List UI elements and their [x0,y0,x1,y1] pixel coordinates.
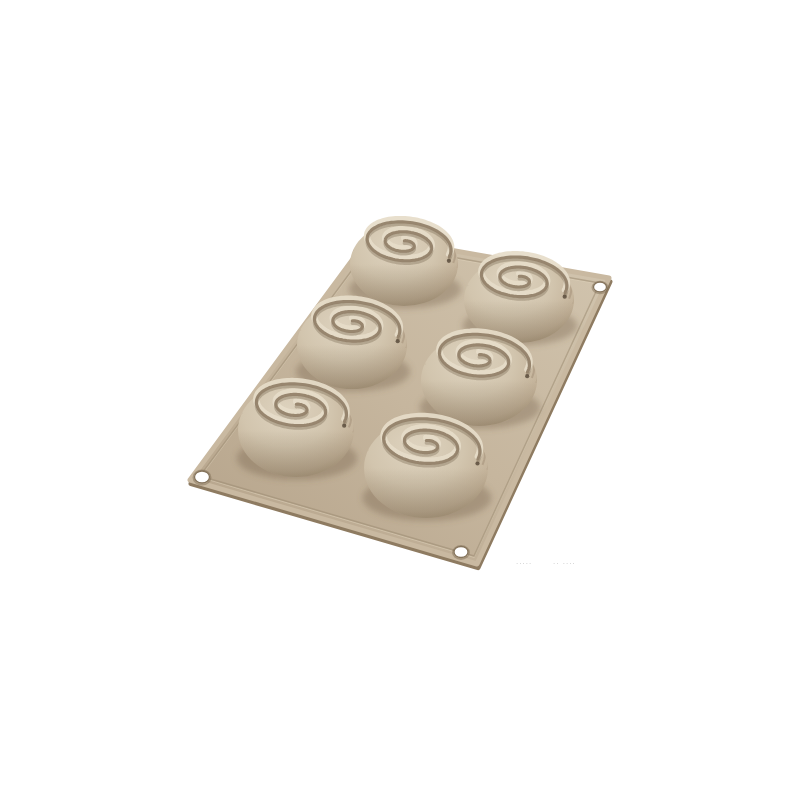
swirl-vent-dot [396,339,400,343]
swirl-vent-dot [447,259,451,263]
mold-photo-svg: ····· ·· ···· [0,0,800,800]
swirl-vent-dot [342,424,346,428]
watermark-right: ·· ···· [553,560,576,568]
corner-hole-left-opening [195,471,210,483]
swirl-vent-dot [563,295,567,299]
corner-hole-left [193,470,210,484]
corner-hole-right-opening [594,282,607,292]
corner-hole-bottom [453,546,469,559]
mold-cavity-1 [349,216,461,308]
corner-hole-right [592,282,607,294]
product-photo: ····· ·· ···· [0,0,800,800]
watermark-left: ····· [516,560,532,568]
mold-cavity-3 [296,296,410,392]
swirl-vent-dot [525,374,529,378]
swirl-vent-dot [475,461,479,465]
corner-hole-bottom-opening [454,547,468,558]
